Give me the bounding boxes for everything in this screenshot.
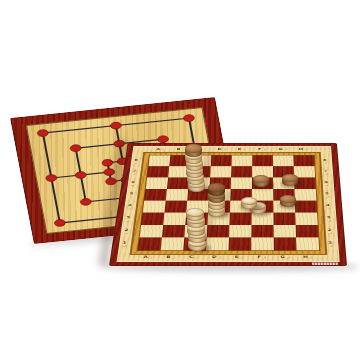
square-f8[interactable] xyxy=(252,155,273,166)
coordinate-glyph: C xyxy=(189,256,193,259)
coordinate-glyph: A xyxy=(156,148,160,151)
square-e8[interactable] xyxy=(231,155,252,166)
square-e6[interactable] xyxy=(231,177,252,188)
square-b3[interactable] xyxy=(163,213,186,225)
coordinate-glyph: E xyxy=(235,256,239,259)
coordinate-glyph: 1 xyxy=(123,241,127,244)
coordinate-label-2: 2 xyxy=(124,228,128,233)
coordinate-label-G: G xyxy=(280,256,289,259)
square-h2[interactable] xyxy=(296,225,319,238)
brass-dot xyxy=(134,162,137,164)
square-f1[interactable] xyxy=(251,237,274,250)
morris-point[interactable] xyxy=(70,144,82,152)
coordinate-label-A: A xyxy=(156,148,164,151)
brass-dot xyxy=(133,173,136,175)
square-a1[interactable] xyxy=(138,237,162,250)
coordinate-label-1: 1 xyxy=(328,241,332,247)
square-b2[interactable] xyxy=(162,225,185,238)
coordinate-label-A: A xyxy=(143,256,152,259)
brass-dot xyxy=(124,232,128,234)
coordinate-glyph: B xyxy=(166,256,170,259)
coordinate-glyph: 2 xyxy=(124,228,128,231)
piece-top-face xyxy=(282,174,298,182)
coordinate-label-B: B xyxy=(166,256,175,259)
square-g8[interactable] xyxy=(273,155,294,166)
checker-piece-brown[interactable] xyxy=(185,144,202,157)
square-b5[interactable] xyxy=(166,189,188,201)
morris-point[interactable] xyxy=(45,174,57,182)
square-a2[interactable] xyxy=(140,225,164,238)
square-b4[interactable] xyxy=(164,201,187,213)
square-e2[interactable] xyxy=(229,225,252,238)
checker-piece-light[interactable] xyxy=(186,208,204,221)
brass-dot xyxy=(326,195,329,197)
square-a7[interactable] xyxy=(147,166,169,177)
coordinate-label-D: D xyxy=(212,256,221,259)
brass-dot xyxy=(304,149,307,151)
piece-top-face xyxy=(253,175,269,183)
coordinate-label-4: 4 xyxy=(128,204,132,209)
square-a8[interactable] xyxy=(148,155,170,166)
brass-dot xyxy=(131,184,134,186)
brass-dot xyxy=(242,149,245,151)
morris-point[interactable] xyxy=(102,159,114,167)
piece-top-face xyxy=(241,197,257,205)
square-a6[interactable] xyxy=(146,177,168,188)
checker-piece-light[interactable] xyxy=(241,197,257,209)
brass-dot xyxy=(328,232,332,234)
morris-point[interactable] xyxy=(37,129,49,137)
coordinate-glyph: 2 xyxy=(328,228,332,231)
coordinate-label-B: B xyxy=(177,148,185,151)
coordinate-label-5: 5 xyxy=(325,192,329,197)
brass-dot xyxy=(329,245,333,247)
coordinate-glyph: 1 xyxy=(328,241,332,244)
coordinate-glyph: G xyxy=(280,256,285,259)
coordinate-label-F: F xyxy=(258,148,265,151)
coordinate-label-F: F xyxy=(258,256,266,259)
square-e1[interactable] xyxy=(229,237,252,250)
checker-piece-brown[interactable] xyxy=(282,174,298,186)
brass-dot xyxy=(324,173,327,175)
product-photo-canvas: AABBCCDDEEFFGGHH8877665544332211 xyxy=(0,0,360,360)
coordinate-glyph: F xyxy=(258,256,262,259)
square-a5[interactable] xyxy=(144,189,167,201)
square-h3[interactable] xyxy=(295,213,317,225)
square-e3[interactable] xyxy=(229,213,251,225)
square-g1[interactable] xyxy=(274,237,297,250)
coordinate-glyph: H xyxy=(303,256,308,259)
coordinate-glyph: B xyxy=(177,148,181,151)
brass-dot xyxy=(325,184,328,186)
square-e7[interactable] xyxy=(231,166,252,177)
square-a3[interactable] xyxy=(141,213,164,225)
coordinate-label-8: 8 xyxy=(323,159,327,164)
coordinate-label-5: 5 xyxy=(129,192,133,197)
coordinate-label-3: 3 xyxy=(327,216,331,221)
coordinate-glyph: G xyxy=(279,148,283,151)
brass-dot xyxy=(323,162,326,164)
coordinate-glyph: H xyxy=(299,148,303,151)
morris-point[interactable] xyxy=(54,219,66,227)
coordinate-label-8: 8 xyxy=(134,159,138,164)
morris-point[interactable] xyxy=(157,135,169,143)
brass-dot xyxy=(126,219,130,221)
coordinate-label-6: 6 xyxy=(324,181,328,186)
coordinate-label-1: 1 xyxy=(122,241,127,247)
brass-dot xyxy=(128,207,132,209)
coordinate-label-C: C xyxy=(189,256,198,259)
brass-dot xyxy=(149,256,153,258)
coordinate-label-H: H xyxy=(303,256,312,259)
coordinate-label-E: E xyxy=(235,256,243,259)
brass-dot xyxy=(122,245,126,247)
brass-dot xyxy=(129,195,133,197)
brass-dot xyxy=(327,219,330,221)
brass-dot xyxy=(194,256,198,258)
brass-dot xyxy=(283,149,286,151)
square-d7[interactable] xyxy=(210,166,231,177)
coordinate-label-E: E xyxy=(238,148,245,151)
square-a4[interactable] xyxy=(143,201,166,213)
coordinate-label-2: 2 xyxy=(328,228,332,233)
brand-mark xyxy=(312,262,338,264)
coordinate-glyph: D xyxy=(217,148,221,151)
coordinate-glyph: F xyxy=(258,148,261,151)
square-h1[interactable] xyxy=(296,237,319,250)
brass-dot xyxy=(262,149,265,151)
coordinate-label-H: H xyxy=(299,148,307,151)
square-d8[interactable] xyxy=(211,155,232,166)
brass-dot xyxy=(326,207,329,209)
coordinate-glyph: A xyxy=(143,256,148,259)
coordinate-label-G: G xyxy=(279,148,287,151)
morris-point[interactable] xyxy=(110,122,122,130)
brass-dot xyxy=(171,256,175,258)
brass-dot xyxy=(161,149,164,151)
coordinate-glyph: D xyxy=(212,256,217,259)
piece-top-face xyxy=(186,208,204,217)
checker-piece-dark[interactable] xyxy=(208,183,225,196)
coordinate-label-3: 3 xyxy=(126,216,130,221)
coordinate-label-6: 6 xyxy=(131,181,135,186)
brass-dot xyxy=(239,256,243,258)
coordinate-label-4: 4 xyxy=(326,204,330,209)
piece-top-face xyxy=(208,183,225,192)
square-b1[interactable] xyxy=(161,237,185,250)
square-g2[interactable] xyxy=(274,225,296,238)
brass-dot xyxy=(222,149,225,151)
coordinate-label-D: D xyxy=(217,148,225,151)
square-g3[interactable] xyxy=(273,213,295,225)
brass-dot xyxy=(262,256,265,258)
piece-top-face xyxy=(185,144,202,153)
brass-dot xyxy=(286,256,290,258)
coordinate-glyph: E xyxy=(238,148,241,151)
morris-point[interactable] xyxy=(75,171,87,179)
square-h5[interactable] xyxy=(294,189,316,201)
piece-top-face xyxy=(280,195,296,203)
checker-piece-brown[interactable] xyxy=(253,175,269,187)
square-b6[interactable] xyxy=(167,177,189,188)
coordinate-label-7: 7 xyxy=(324,169,328,174)
checker-piece-brown[interactable] xyxy=(280,195,296,207)
brass-dot xyxy=(309,256,313,258)
brass-dot xyxy=(217,256,221,258)
morris-point[interactable] xyxy=(183,114,195,122)
morris-point[interactable] xyxy=(80,198,92,206)
coordinate-label-7: 7 xyxy=(132,169,136,174)
square-h8[interactable] xyxy=(293,155,314,166)
square-f2[interactable] xyxy=(251,225,273,238)
